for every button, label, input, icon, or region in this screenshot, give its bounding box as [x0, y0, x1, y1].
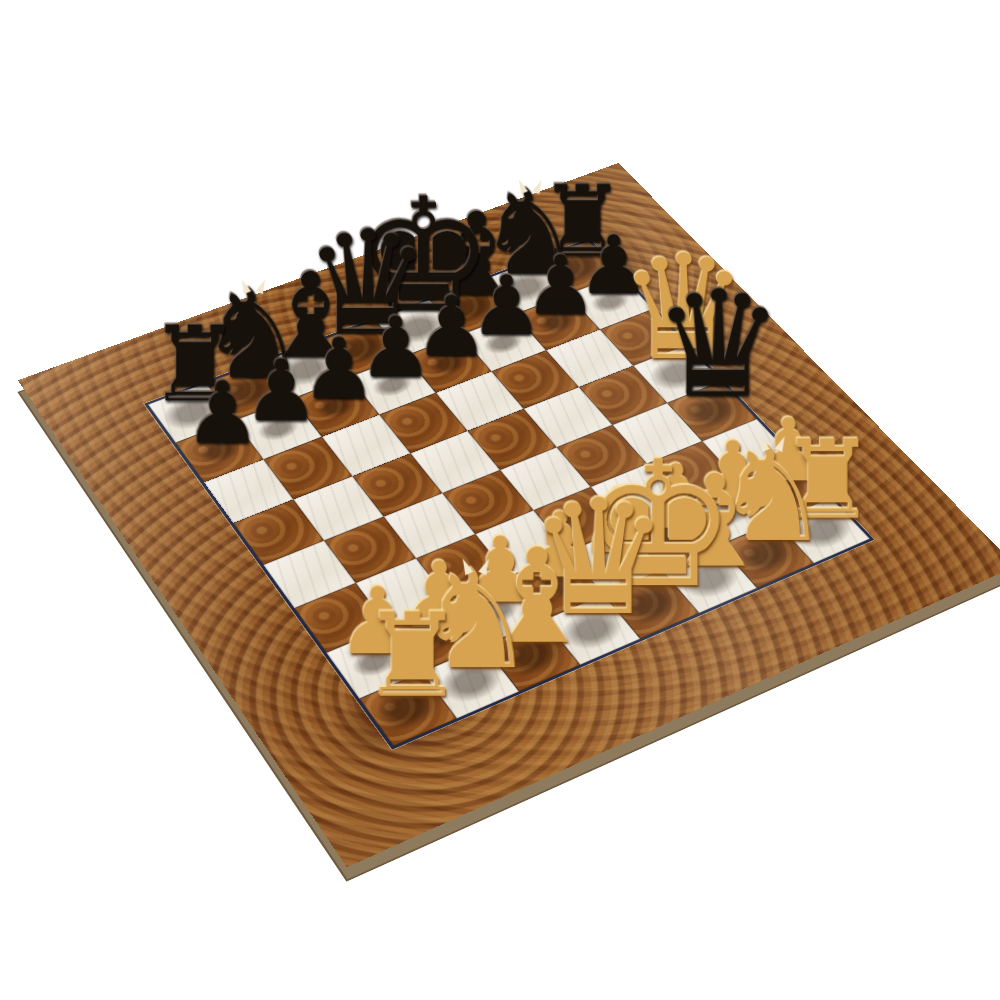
piece-black-queen-h4[interactable]: ♛	[630, 271, 807, 418]
board-burl-frame: ♜♞♝♛♚♝♞♜♟♟♟♟♟♟♟♟♛♛♟♟♟♟♟♟♟♟♜♞♝♛♚♝♞♜	[18, 163, 1000, 867]
dragon-horns-icon	[237, 279, 270, 295]
dragon-horns-icon	[457, 558, 494, 575]
square-d5[interactable]	[410, 431, 500, 493]
chess-set-product-photo: ♜♞♝♛♚♝♞♜♟♟♟♟♟♟♟♟♛♛♟♟♟♟♟♟♟♟♜♞♝♛♚♝♞♜	[0, 0, 1000, 1000]
piece-white-rook-a1[interactable]: ♜	[314, 599, 510, 715]
piece-black-pawn-a7[interactable]: ♟	[133, 370, 312, 456]
board-playing-field: ♜♞♝♛♚♝♞♜♟♟♟♟♟♟♟♟♛♛♟♟♟♟♟♟♟♟♜♞♝♛♚♝♞♜	[148, 241, 870, 746]
square-a1[interactable]: ♜	[359, 672, 456, 746]
chess-board-3d: ♜♞♝♛♚♝♞♜♟♟♟♟♟♟♟♟♛♛♟♟♟♟♟♟♟♟♜♞♝♛♚♝♞♜	[18, 163, 1000, 867]
